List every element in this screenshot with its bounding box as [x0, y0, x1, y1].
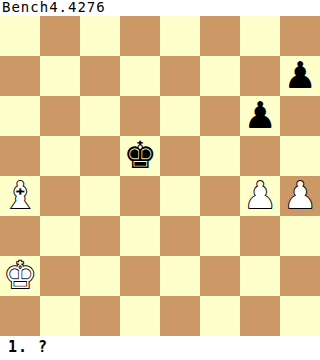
chess-board: ♟♟♚♝♟♟♚ — [0, 16, 320, 336]
square-g4[interactable]: ♟ — [240, 176, 280, 216]
square-e7[interactable] — [160, 56, 200, 96]
square-b6[interactable] — [40, 96, 80, 136]
square-g1[interactable] — [240, 296, 280, 336]
black-king[interactable]: ♚ — [123, 136, 156, 176]
square-a6[interactable] — [0, 96, 40, 136]
square-c7[interactable] — [80, 56, 120, 96]
square-h8[interactable] — [280, 16, 320, 56]
square-h2[interactable] — [280, 256, 320, 296]
square-g8[interactable] — [240, 16, 280, 56]
square-h7[interactable]: ♟ — [280, 56, 320, 96]
square-d5[interactable]: ♚ — [120, 136, 160, 176]
square-b1[interactable] — [40, 296, 80, 336]
square-d8[interactable] — [120, 16, 160, 56]
square-a1[interactable] — [0, 296, 40, 336]
square-f3[interactable] — [200, 216, 240, 256]
square-f8[interactable] — [200, 16, 240, 56]
white-bishop[interactable]: ♝ — [3, 176, 36, 216]
square-g7[interactable] — [240, 56, 280, 96]
square-e3[interactable] — [160, 216, 200, 256]
square-g2[interactable] — [240, 256, 280, 296]
square-c4[interactable] — [80, 176, 120, 216]
square-c5[interactable] — [80, 136, 120, 176]
square-a7[interactable] — [0, 56, 40, 96]
square-b8[interactable] — [40, 16, 80, 56]
square-d6[interactable] — [120, 96, 160, 136]
square-d7[interactable] — [120, 56, 160, 96]
square-b4[interactable] — [40, 176, 80, 216]
square-h4[interactable]: ♟ — [280, 176, 320, 216]
square-g3[interactable] — [240, 216, 280, 256]
square-c3[interactable] — [80, 216, 120, 256]
square-f5[interactable] — [200, 136, 240, 176]
square-d4[interactable] — [120, 176, 160, 216]
black-pawn[interactable]: ♟ — [243, 96, 276, 136]
square-f4[interactable] — [200, 176, 240, 216]
square-f7[interactable] — [200, 56, 240, 96]
white-king[interactable]: ♚ — [3, 256, 36, 296]
square-e4[interactable] — [160, 176, 200, 216]
square-g5[interactable] — [240, 136, 280, 176]
square-d3[interactable] — [120, 216, 160, 256]
white-pawn[interactable]: ♟ — [243, 176, 276, 216]
square-e1[interactable] — [160, 296, 200, 336]
square-a4[interactable]: ♝ — [0, 176, 40, 216]
square-c6[interactable] — [80, 96, 120, 136]
square-c2[interactable] — [80, 256, 120, 296]
square-e5[interactable] — [160, 136, 200, 176]
square-b3[interactable] — [40, 216, 80, 256]
square-d2[interactable] — [120, 256, 160, 296]
square-f6[interactable] — [200, 96, 240, 136]
square-e8[interactable] — [160, 16, 200, 56]
square-d1[interactable] — [120, 296, 160, 336]
square-h6[interactable] — [280, 96, 320, 136]
square-e2[interactable] — [160, 256, 200, 296]
square-a2[interactable]: ♚ — [0, 256, 40, 296]
square-h3[interactable] — [280, 216, 320, 256]
square-b5[interactable] — [40, 136, 80, 176]
move-prompt: 1. ? — [0, 336, 320, 360]
square-h5[interactable] — [280, 136, 320, 176]
window-title: Bench4.4276 — [0, 0, 320, 16]
chess-app-window: Bench4.4276 ♟♟♚♝♟♟♚ 1. ? — [0, 0, 320, 360]
black-pawn[interactable]: ♟ — [283, 56, 316, 96]
square-f1[interactable] — [200, 296, 240, 336]
square-c1[interactable] — [80, 296, 120, 336]
square-h1[interactable] — [280, 296, 320, 336]
white-pawn[interactable]: ♟ — [283, 176, 316, 216]
square-b7[interactable] — [40, 56, 80, 96]
square-c8[interactable] — [80, 16, 120, 56]
square-a5[interactable] — [0, 136, 40, 176]
square-f2[interactable] — [200, 256, 240, 296]
square-e6[interactable] — [160, 96, 200, 136]
square-a8[interactable] — [0, 16, 40, 56]
square-g6[interactable]: ♟ — [240, 96, 280, 136]
square-a3[interactable] — [0, 216, 40, 256]
square-b2[interactable] — [40, 256, 80, 296]
